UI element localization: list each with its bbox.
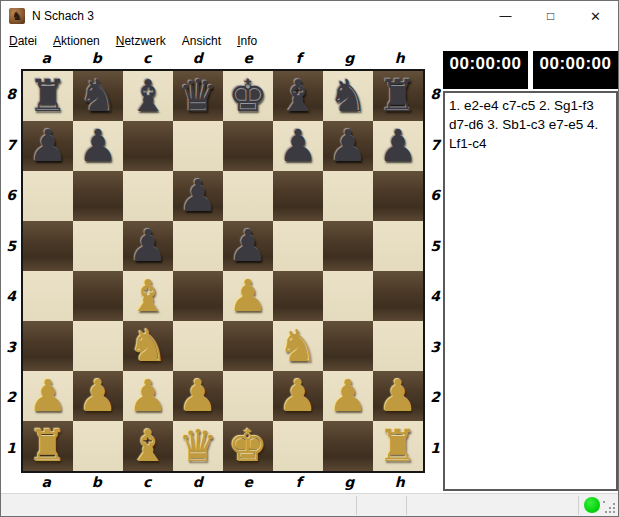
black-king-e8[interactable]: ♚ xyxy=(228,71,267,121)
file-label-d: d xyxy=(173,471,224,493)
square-e1[interactable]: ♚ xyxy=(223,421,273,471)
white-pawn-f2[interactable]: ♟ xyxy=(278,371,317,421)
file-label-b: b xyxy=(72,471,123,493)
square-f7[interactable]: ♟ xyxy=(273,121,323,171)
white-pawn-a2[interactable]: ♟ xyxy=(28,371,67,421)
square-h8[interactable]: ♜ xyxy=(373,71,423,121)
rank-labels-left: 87654321 xyxy=(2,69,20,473)
minimize-button[interactable]: — xyxy=(483,1,528,31)
white-pawn-c2[interactable]: ♟ xyxy=(128,371,167,421)
black-clock: 00:00:00 xyxy=(533,51,618,89)
square-e7[interactable] xyxy=(223,121,273,171)
white-rook-h1[interactable]: ♜ xyxy=(378,421,417,471)
move-list[interactable]: 1. e2-e4 c7-c5 2. Sg1-f3 d7-d6 3. Sb1-c3… xyxy=(443,91,618,491)
square-h4[interactable] xyxy=(373,271,423,321)
rank-label-2: 2 xyxy=(426,372,444,423)
square-e4[interactable]: ♟ xyxy=(223,271,273,321)
square-c3[interactable]: ♞ xyxy=(123,321,173,371)
square-c1[interactable]: ♝ xyxy=(123,421,173,471)
rank-label-2: 2 xyxy=(2,372,20,423)
square-h7[interactable]: ♟ xyxy=(373,121,423,171)
square-a7[interactable]: ♟ xyxy=(23,121,73,171)
square-g3[interactable] xyxy=(323,321,373,371)
rank-label-3: 3 xyxy=(2,322,20,373)
file-label-b: b xyxy=(72,48,123,68)
white-pawn-e4[interactable]: ♟ xyxy=(228,271,267,321)
menu-datei[interactable]: Datei xyxy=(1,32,45,50)
app-window: ♞ N Schach 3 — □ ✕ Datei Aktionen Netzwe… xyxy=(0,0,619,517)
file-label-g: g xyxy=(324,48,375,68)
square-b2[interactable]: ♟ xyxy=(73,371,123,421)
square-d8[interactable]: ♛ xyxy=(173,71,223,121)
square-c5[interactable]: ♟ xyxy=(123,221,173,271)
white-knight-f3[interactable]: ♞ xyxy=(278,321,317,371)
white-bishop-c4[interactable]: ♝ xyxy=(128,271,167,321)
white-queen-d1[interactable]: ♛ xyxy=(178,421,217,471)
rank-label-7: 7 xyxy=(426,120,444,171)
black-knight-b8[interactable]: ♞ xyxy=(78,71,117,121)
black-pawn-c5[interactable]: ♟ xyxy=(128,221,167,271)
square-c4[interactable]: ♝ xyxy=(123,271,173,321)
minimize-icon: — xyxy=(500,9,512,23)
maximize-icon: □ xyxy=(547,9,554,23)
white-pawn-b2[interactable]: ♟ xyxy=(78,371,117,421)
knight-icon: ♞ xyxy=(12,8,23,24)
connection-indicator-green xyxy=(584,497,600,513)
square-g5[interactable] xyxy=(323,221,373,271)
move-list-text: 1. e2-e4 c7-c5 2. Sg1-f3 d7-d6 3. Sb1-c3… xyxy=(449,98,598,151)
square-e5[interactable]: ♟ xyxy=(223,221,273,271)
file-label-c: c xyxy=(122,471,173,493)
square-a3[interactable] xyxy=(23,321,73,371)
square-f1[interactable] xyxy=(273,421,323,471)
status-separator xyxy=(356,496,357,515)
square-h2[interactable]: ♟ xyxy=(373,371,423,421)
black-knight-g8[interactable]: ♞ xyxy=(328,71,367,121)
rank-labels-right: 87654321 xyxy=(426,69,444,473)
rank-label-8: 8 xyxy=(426,69,444,120)
status-bar xyxy=(1,493,618,516)
file-labels-top: abcdefgh xyxy=(21,48,425,68)
black-pawn-b7[interactable]: ♟ xyxy=(78,121,117,171)
square-g8[interactable]: ♞ xyxy=(323,71,373,121)
close-icon: ✕ xyxy=(590,9,601,24)
black-bishop-c8[interactable]: ♝ xyxy=(128,71,167,121)
square-h3[interactable] xyxy=(373,321,423,371)
square-e3[interactable] xyxy=(223,321,273,371)
close-button[interactable]: ✕ xyxy=(573,1,618,31)
white-king-e1[interactable]: ♚ xyxy=(228,421,267,471)
rank-label-7: 7 xyxy=(2,120,20,171)
square-d5[interactable] xyxy=(173,221,223,271)
square-f8[interactable]: ♝ xyxy=(273,71,323,121)
rank-label-1: 1 xyxy=(2,423,20,474)
rank-label-6: 6 xyxy=(426,170,444,221)
file-label-g: g xyxy=(324,471,375,493)
square-f3[interactable]: ♞ xyxy=(273,321,323,371)
square-a2[interactable]: ♟ xyxy=(23,371,73,421)
status-separator xyxy=(578,496,579,515)
square-d6[interactable]: ♟ xyxy=(173,171,223,221)
square-a1[interactable]: ♜ xyxy=(23,421,73,471)
square-b7[interactable]: ♟ xyxy=(73,121,123,171)
file-label-f: f xyxy=(274,48,325,68)
file-label-a: a xyxy=(21,48,72,68)
window-title: N Schach 3 xyxy=(32,9,94,23)
square-a8[interactable]: ♜ xyxy=(23,71,73,121)
black-pawn-a7[interactable]: ♟ xyxy=(28,121,67,171)
menu-netzwerk[interactable]: Netzwerk xyxy=(108,32,174,50)
square-e2[interactable] xyxy=(223,371,273,421)
title-bar[interactable]: ♞ N Schach 3 — □ ✕ xyxy=(1,1,618,31)
square-c8[interactable]: ♝ xyxy=(123,71,173,121)
white-knight-c3[interactable]: ♞ xyxy=(128,321,167,371)
black-pawn-d6[interactable]: ♟ xyxy=(178,171,217,221)
black-pawn-e5[interactable]: ♟ xyxy=(228,221,267,271)
square-f2[interactable]: ♟ xyxy=(273,371,323,421)
file-label-f: f xyxy=(274,471,325,493)
white-bishop-c1[interactable]: ♝ xyxy=(128,421,167,471)
file-label-e: e xyxy=(223,48,274,68)
menu-ansicht[interactable]: Ansicht xyxy=(174,32,229,50)
square-d2[interactable]: ♟ xyxy=(173,371,223,421)
file-labels-bottom: abcdefgh xyxy=(21,471,425,493)
rank-label-1: 1 xyxy=(426,423,444,474)
black-queen-d8[interactable]: ♛ xyxy=(178,71,217,121)
square-g1[interactable] xyxy=(323,421,373,471)
file-label-e: e xyxy=(223,471,274,493)
app-icon: ♞ xyxy=(9,8,25,24)
rank-label-5: 5 xyxy=(2,221,20,272)
rank-label-4: 4 xyxy=(426,271,444,322)
square-b1[interactable] xyxy=(73,421,123,471)
rank-label-5: 5 xyxy=(426,221,444,272)
file-label-a: a xyxy=(21,471,72,493)
black-rook-a8[interactable]: ♜ xyxy=(28,71,67,121)
white-clock-time: 00:00:00 xyxy=(449,54,521,74)
file-label-h: h xyxy=(375,471,426,493)
square-f4[interactable] xyxy=(273,271,323,321)
file-label-d: d xyxy=(173,48,224,68)
square-e6[interactable] xyxy=(223,171,273,221)
square-a4[interactable] xyxy=(23,271,73,321)
square-d4[interactable] xyxy=(173,271,223,321)
menu-aktionen[interactable]: Aktionen xyxy=(45,32,108,50)
square-h5[interactable] xyxy=(373,221,423,271)
black-pawn-f7[interactable]: ♟ xyxy=(278,121,317,171)
square-b8[interactable]: ♞ xyxy=(73,71,123,121)
square-a6[interactable] xyxy=(23,171,73,221)
black-bishop-f8[interactable]: ♝ xyxy=(278,71,317,121)
square-c7[interactable] xyxy=(123,121,173,171)
square-a5[interactable] xyxy=(23,221,73,271)
square-b5[interactable] xyxy=(73,221,123,271)
white-pawn-g2[interactable]: ♟ xyxy=(328,371,367,421)
square-h6[interactable] xyxy=(373,171,423,221)
square-c2[interactable]: ♟ xyxy=(123,371,173,421)
rank-label-3: 3 xyxy=(426,322,444,373)
square-f5[interactable] xyxy=(273,221,323,271)
square-d3[interactable] xyxy=(173,321,223,371)
square-d1[interactable]: ♛ xyxy=(173,421,223,471)
black-clock-time: 00:00:00 xyxy=(539,54,611,74)
status-separator xyxy=(406,496,407,515)
black-pawn-h7[interactable]: ♟ xyxy=(378,121,417,171)
window-controls: — □ ✕ xyxy=(483,1,618,31)
file-label-c: c xyxy=(122,48,173,68)
white-clock: 00:00:00 xyxy=(443,51,528,89)
square-b4[interactable] xyxy=(73,271,123,321)
maximize-button[interactable]: □ xyxy=(528,1,573,31)
white-pawn-h2[interactable]: ♟ xyxy=(378,371,417,421)
square-f6[interactable] xyxy=(273,171,323,221)
square-e8[interactable]: ♚ xyxy=(223,71,273,121)
white-rook-a1[interactable]: ♜ xyxy=(28,421,67,471)
white-pawn-d2[interactable]: ♟ xyxy=(178,371,217,421)
black-pawn-g7[interactable]: ♟ xyxy=(328,121,367,171)
file-label-h: h xyxy=(375,48,426,68)
square-g7[interactable]: ♟ xyxy=(323,121,373,171)
rank-label-8: 8 xyxy=(2,69,20,120)
square-b3[interactable] xyxy=(73,321,123,371)
square-g2[interactable]: ♟ xyxy=(323,371,373,421)
square-g6[interactable] xyxy=(323,171,373,221)
square-g4[interactable] xyxy=(323,271,373,321)
chess-board[interactable]: ♜♞♝♛♚♝♞♜♟♟♟♟♟♟♟♟♝♟♞♞♟♟♟♟♟♟♟♜♝♛♚♜ xyxy=(21,69,425,473)
black-rook-h8[interactable]: ♜ xyxy=(378,71,417,121)
menu-info[interactable]: Info xyxy=(229,32,265,50)
square-c6[interactable] xyxy=(123,171,173,221)
rank-label-4: 4 xyxy=(2,271,20,322)
resize-grip-icon[interactable] xyxy=(603,501,615,513)
square-b6[interactable] xyxy=(73,171,123,221)
square-d7[interactable] xyxy=(173,121,223,171)
rank-label-6: 6 xyxy=(2,170,20,221)
square-h1[interactable]: ♜ xyxy=(373,421,423,471)
